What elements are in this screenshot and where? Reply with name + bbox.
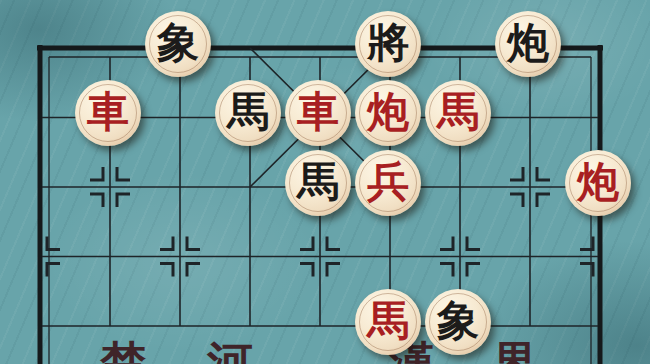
piece-red-soldier[interactable]: 兵 <box>355 150 421 216</box>
piece-glyph: 馬 <box>227 91 269 133</box>
piece-glyph: 象 <box>437 300 479 342</box>
piece-glyph: 將 <box>367 22 409 64</box>
piece-black-elephant[interactable]: 象 <box>145 11 211 77</box>
piece-red-chariot[interactable]: 車 <box>75 80 141 146</box>
piece-glyph: 車 <box>297 91 339 133</box>
piece-red-cannon[interactable]: 炮 <box>355 80 421 146</box>
piece-glyph: 兵 <box>367 161 409 203</box>
piece-red-horse[interactable]: 馬 <box>425 80 491 146</box>
piece-glyph: 馬 <box>437 91 479 133</box>
piece-black-elephant[interactable]: 象 <box>425 289 491 355</box>
piece-black-horse[interactable]: 馬 <box>215 80 281 146</box>
piece-glyph: 炮 <box>577 161 619 203</box>
piece-black-horse[interactable]: 馬 <box>285 150 351 216</box>
piece-red-chariot[interactable]: 車 <box>285 80 351 146</box>
piece-red-horse[interactable]: 馬 <box>355 289 421 355</box>
piece-black-general[interactable]: 將 <box>355 11 421 77</box>
piece-glyph: 炮 <box>367 91 409 133</box>
piece-black-cannon[interactable]: 炮 <box>495 11 561 77</box>
piece-glyph: 馬 <box>367 300 409 342</box>
piece-glyph: 車 <box>87 91 129 133</box>
xiangqi-board: 楚 河 漢 界 象將炮車馬車炮馬馬兵炮馬象 <box>0 0 650 364</box>
piece-glyph: 象 <box>157 22 199 64</box>
piece-glyph: 炮 <box>507 22 549 64</box>
piece-glyph: 馬 <box>297 161 339 203</box>
board-intersections[interactable]: 象將炮車馬車炮馬馬兵炮馬象 <box>5 13 635 361</box>
piece-red-cannon[interactable]: 炮 <box>565 150 631 216</box>
